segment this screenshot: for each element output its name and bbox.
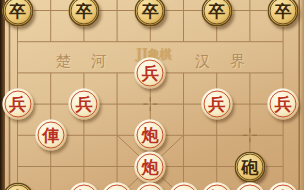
red-piece-character: 帥 <box>142 189 159 190</box>
red-piece-character: 兵 <box>275 96 292 113</box>
xiangqi-board[interactable]: 楚河 汉界 JJ象棋 卒卒卒卒卒砲車兵兵兵兵兵俥炮炮相仕帥仕相馬車 <box>0 0 304 190</box>
piece-red-soldier[interactable]: 兵 <box>68 89 99 120</box>
black-piece-character: 砲 <box>241 158 258 175</box>
red-piece-character: 馬 <box>241 189 258 190</box>
piece-red-soldier[interactable]: 兵 <box>2 89 33 120</box>
red-piece-character: 車 <box>275 189 292 190</box>
piece-red-cannon[interactable]: 炮 <box>135 120 166 151</box>
red-piece-character: 兵 <box>208 96 225 113</box>
black-piece-character: 卒 <box>9 2 26 19</box>
piece-red-soldier[interactable]: 兵 <box>268 89 299 120</box>
piece-red-cannon[interactable]: 炮 <box>135 151 166 182</box>
black-piece-character: 車 <box>9 189 26 190</box>
piece-red-chariot[interactable]: 俥 <box>35 120 66 151</box>
red-piece-character: 相 <box>75 189 92 190</box>
red-piece-character: 兵 <box>142 64 159 81</box>
red-piece-character: 炮 <box>142 127 159 144</box>
piece-red-soldier[interactable]: 兵 <box>201 89 232 120</box>
red-piece-character: 兵 <box>9 96 26 113</box>
black-piece-character: 卒 <box>142 2 159 19</box>
red-piece-character: 炮 <box>142 158 159 175</box>
black-piece-character: 卒 <box>275 2 292 19</box>
board-frame-right-edge <box>300 0 304 190</box>
red-piece-character: 相 <box>208 189 225 190</box>
red-piece-character: 兵 <box>75 96 92 113</box>
piece-red-soldier[interactable]: 兵 <box>135 57 166 88</box>
black-piece-character: 卒 <box>75 2 92 19</box>
red-piece-character: 仕 <box>175 189 192 190</box>
red-piece-character: 仕 <box>109 189 126 190</box>
black-piece-character: 卒 <box>208 2 225 19</box>
piece-black-cannon[interactable]: 砲 <box>234 151 265 182</box>
red-piece-character: 俥 <box>42 127 59 144</box>
